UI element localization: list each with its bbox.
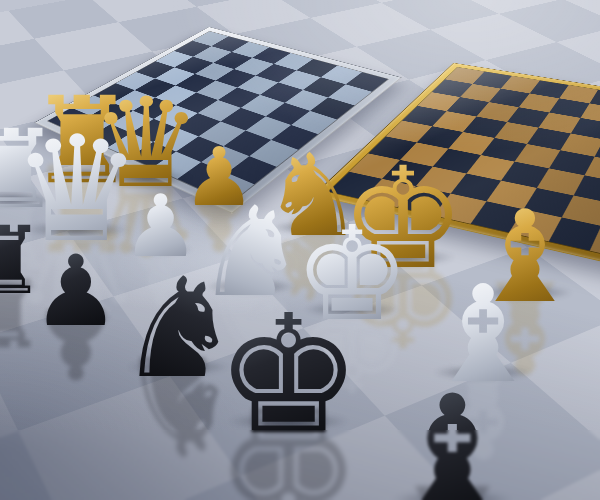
chess-showcase-scene: ♜♜♛♛♟♟♞♞♚♚♝♝♜♜♛♛♟♟♞♞♚♚♝♝♜♜♟♟♞♞♚♚♝♝ [0,0,600,500]
king-glyph: ♚ [215,294,362,458]
black-bishop-piece[interactable]: ♝ [378,376,527,500]
black-king-piece[interactable]: ♚ [213,296,364,422]
silver-bishop-piece[interactable]: ♝ [421,270,545,373]
black-pawn-piece[interactable]: ♟ [31,243,121,318]
bishop-glyph: ♝ [380,374,524,500]
silver-pawn-piece[interactable]: ♟ [121,184,200,250]
pawn-glyph: ♟ [32,242,120,340]
chess-pieces-layer: ♜♜♛♛♟♟♞♞♚♚♝♝♜♜♛♛♟♟♞♞♚♚♝♝♜♜♟♟♞♞♚♚♝♝ [0,0,600,500]
